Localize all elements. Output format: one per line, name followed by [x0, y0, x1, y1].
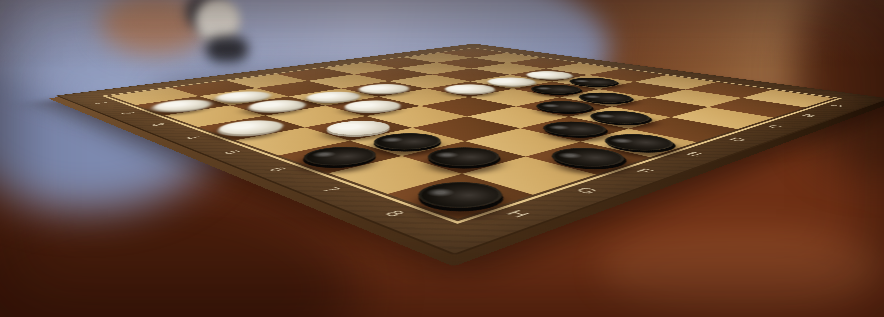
- wristwatch-strap-icon: [206, 36, 248, 62]
- photo-stage: HGFEDCBA 12345678: [0, 0, 884, 317]
- table-sheen: [600, 225, 884, 315]
